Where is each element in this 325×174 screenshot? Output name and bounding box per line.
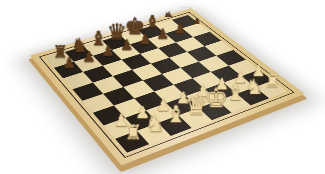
black-pawn-glyph: ♟ xyxy=(174,22,186,36)
black-pawn-glyph: ♟ xyxy=(82,50,95,65)
black-pawn-glyph: ♟ xyxy=(139,33,152,47)
piece-black-pawn-a7: ♟ xyxy=(56,29,82,71)
chess-board: ♜♞♝♛♚♝♞♜♟♟♟♟♟♟♟♟♟♟♟♟♟♟♟♟♜♞♝♛♚♝♞♜ xyxy=(30,8,305,166)
piece-white-rook-a1: ♜ xyxy=(118,95,148,143)
black-pawn-glyph: ♟ xyxy=(102,44,115,59)
white-rook-glyph: ♜ xyxy=(124,122,142,143)
chess-set-photo: ♜♞♝♛♚♝♞♜♟♟♟♟♟♟♟♟♟♟♟♟♟♟♟♟♜♞♝♛♚♝♞♜ xyxy=(0,0,325,174)
black-pawn-glyph: ♟ xyxy=(63,56,76,71)
black-pawn-glyph: ♟ xyxy=(191,17,203,31)
black-pawn-glyph: ♟ xyxy=(120,38,133,52)
board-scene: ♜♞♝♛♚♝♞♜♟♟♟♟♟♟♟♟♟♟♟♟♟♟♟♟♜♞♝♛♚♝♞♜ xyxy=(0,0,325,174)
black-pawn-glyph: ♟ xyxy=(157,28,170,42)
